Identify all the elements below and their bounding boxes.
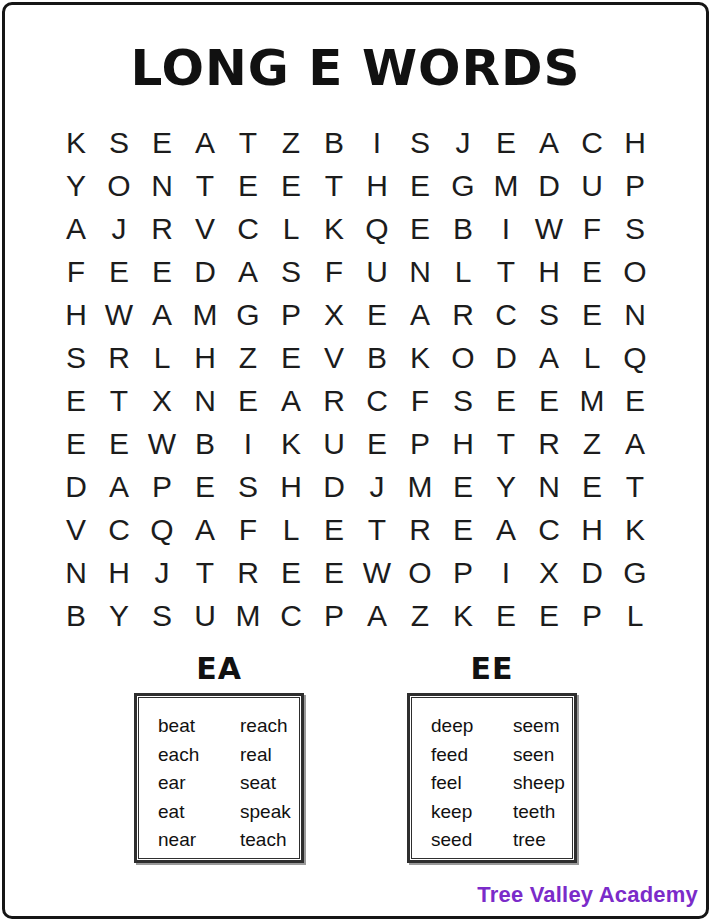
grid-cell[interactable]: P bbox=[313, 594, 356, 637]
grid-cell[interactable]: E bbox=[528, 379, 571, 422]
grid-cell[interactable]: Z bbox=[270, 121, 313, 164]
word-lists: EA beateacheareatnearreachrealseatspeakt… bbox=[5, 651, 706, 863]
grid-cell[interactable]: Q bbox=[614, 336, 657, 379]
grid-cell[interactable]: X bbox=[141, 379, 184, 422]
grid-cell[interactable]: E bbox=[399, 164, 442, 207]
word-item: reach bbox=[240, 712, 299, 741]
grid-cell[interactable]: A bbox=[55, 207, 98, 250]
word-list-ea-box: beateacheareatnearreachrealseatspeakteac… bbox=[134, 693, 304, 863]
grid-cell[interactable]: U bbox=[571, 164, 614, 207]
grid-cell[interactable]: V bbox=[55, 508, 98, 551]
grid-cell[interactable]: U bbox=[313, 422, 356, 465]
grid-cell[interactable]: K bbox=[614, 508, 657, 551]
grid-cell[interactable]: T bbox=[98, 379, 141, 422]
grid-cell[interactable]: E bbox=[98, 422, 141, 465]
grid-cell[interactable]: D bbox=[571, 551, 614, 594]
grid-cell[interactable]: M bbox=[399, 465, 442, 508]
grid-cell[interactable]: K bbox=[442, 594, 485, 637]
grid-cell[interactable]: R bbox=[313, 379, 356, 422]
grid-cell[interactable]: C bbox=[356, 379, 399, 422]
grid-cell[interactable]: D bbox=[55, 465, 98, 508]
grid-cell[interactable]: H bbox=[98, 551, 141, 594]
word-list-ea: EA beateacheareatnearreachrealseatspeakt… bbox=[134, 651, 304, 863]
grid-cell[interactable]: Z bbox=[399, 594, 442, 637]
grid-cell[interactable]: L bbox=[571, 336, 614, 379]
grid-cell[interactable]: H bbox=[270, 465, 313, 508]
grid-cell[interactable]: N bbox=[614, 293, 657, 336]
grid-cell[interactable]: F bbox=[313, 250, 356, 293]
grid-cell[interactable]: O bbox=[98, 164, 141, 207]
grid-cell[interactable]: F bbox=[399, 379, 442, 422]
grid-cell[interactable]: V bbox=[313, 336, 356, 379]
grid-cell[interactable]: T bbox=[184, 164, 227, 207]
grid-cell[interactable]: J bbox=[356, 465, 399, 508]
grid-cell[interactable]: E bbox=[571, 465, 614, 508]
grid-cell[interactable]: S bbox=[399, 121, 442, 164]
grid-cell[interactable]: U bbox=[356, 250, 399, 293]
grid-cell[interactable]: D bbox=[528, 164, 571, 207]
word-item: seed bbox=[431, 826, 513, 855]
grid-cell[interactable]: Z bbox=[571, 422, 614, 465]
grid-cell[interactable]: P bbox=[614, 164, 657, 207]
grid-cell[interactable]: S bbox=[227, 465, 270, 508]
grid-cell[interactable]: J bbox=[442, 121, 485, 164]
grid-cell[interactable]: B bbox=[442, 207, 485, 250]
grid-cell[interactable]: E bbox=[485, 379, 528, 422]
word-column: deepfeedfeelkeepseed bbox=[431, 712, 513, 858]
grid-cell[interactable]: D bbox=[184, 250, 227, 293]
grid-cell[interactable]: T bbox=[313, 164, 356, 207]
grid-cell[interactable]: A bbox=[227, 250, 270, 293]
grid-cell[interactable]: L bbox=[270, 508, 313, 551]
word-column: reachrealseatspeakteach bbox=[240, 712, 299, 858]
grid-cell[interactable]: T bbox=[485, 422, 528, 465]
grid-cell[interactable]: Z bbox=[227, 336, 270, 379]
grid-cell[interactable]: M bbox=[227, 594, 270, 637]
grid-cell[interactable]: E bbox=[270, 551, 313, 594]
grid-cell[interactable]: L bbox=[614, 594, 657, 637]
grid-cell[interactable]: A bbox=[614, 422, 657, 465]
grid-cell[interactable]: N bbox=[399, 250, 442, 293]
grid-cell[interactable]: P bbox=[270, 293, 313, 336]
grid-cell[interactable]: C bbox=[270, 594, 313, 637]
word-item: each bbox=[158, 741, 240, 770]
word-item: ear bbox=[158, 769, 240, 798]
grid-cell[interactable]: J bbox=[98, 207, 141, 250]
grid-cell[interactable]: E bbox=[98, 250, 141, 293]
grid-cell[interactable]: A bbox=[528, 336, 571, 379]
grid-cell[interactable]: I bbox=[356, 121, 399, 164]
word-item: real bbox=[240, 741, 299, 770]
grid-cell[interactable]: H bbox=[571, 508, 614, 551]
grid-cell[interactable]: Y bbox=[98, 594, 141, 637]
grid-cell[interactable]: G bbox=[614, 551, 657, 594]
grid-cell[interactable]: B bbox=[184, 422, 227, 465]
grid-cell[interactable]: R bbox=[98, 336, 141, 379]
grid-cell[interactable]: B bbox=[313, 121, 356, 164]
grid-cell[interactable]: P bbox=[399, 422, 442, 465]
grid-cell[interactable]: H bbox=[528, 250, 571, 293]
grid-cell[interactable]: E bbox=[485, 121, 528, 164]
grid-cell[interactable]: B bbox=[356, 336, 399, 379]
word-list-ea-heading: EA bbox=[134, 651, 304, 687]
grid-cell[interactable]: H bbox=[614, 121, 657, 164]
grid-cell[interactable]: E bbox=[227, 379, 270, 422]
word-item: feed bbox=[431, 741, 513, 770]
word-item: deep bbox=[431, 712, 513, 741]
grid-cell[interactable]: L bbox=[442, 250, 485, 293]
grid-cell[interactable]: Q bbox=[141, 508, 184, 551]
grid-cell[interactable]: C bbox=[571, 121, 614, 164]
grid-cell[interactable]: K bbox=[313, 207, 356, 250]
grid-cell[interactable]: J bbox=[141, 551, 184, 594]
grid-cell[interactable]: E bbox=[227, 164, 270, 207]
grid-cell[interactable]: A bbox=[98, 465, 141, 508]
grid-cell[interactable]: G bbox=[227, 293, 270, 336]
grid-cell[interactable]: E bbox=[55, 379, 98, 422]
grid-cell[interactable]: R bbox=[399, 508, 442, 551]
grid-cell[interactable]: N bbox=[528, 465, 571, 508]
grid-cell[interactable]: I bbox=[485, 207, 528, 250]
word-search-grid: KSEATZBISJEACHYONTEETHEGMDUPAJRVCLKQEBIW… bbox=[5, 121, 706, 637]
word-item: seem bbox=[513, 712, 572, 741]
grid-cell[interactable]: H bbox=[356, 164, 399, 207]
grid-cell[interactable]: Q bbox=[356, 207, 399, 250]
grid-cell[interactable]: H bbox=[55, 293, 98, 336]
grid-cell[interactable]: E bbox=[528, 594, 571, 637]
word-item: beat bbox=[158, 712, 240, 741]
page-title: LONG E WORDS bbox=[5, 39, 706, 97]
word-item: seen bbox=[513, 741, 572, 770]
grid-cell[interactable]: C bbox=[528, 508, 571, 551]
grid-cell[interactable]: L bbox=[270, 207, 313, 250]
grid-cell[interactable]: A bbox=[141, 293, 184, 336]
word-column: seemseensheepteethtree bbox=[513, 712, 572, 858]
grid-cell[interactable]: A bbox=[184, 508, 227, 551]
grid-cell[interactable]: K bbox=[55, 121, 98, 164]
grid-cell[interactable]: Y bbox=[55, 164, 98, 207]
grid-cell[interactable]: O bbox=[442, 336, 485, 379]
grid-cell[interactable]: N bbox=[184, 379, 227, 422]
grid-cell[interactable]: X bbox=[528, 551, 571, 594]
grid-cell[interactable]: A bbox=[528, 121, 571, 164]
word-list-ea-columns: beateacheareatnearreachrealseatspeakteac… bbox=[138, 697, 300, 859]
grid-cell[interactable]: T bbox=[356, 508, 399, 551]
credit-text: Tree Valley Academy bbox=[477, 882, 698, 908]
grid-cell[interactable]: M bbox=[184, 293, 227, 336]
grid-cell[interactable]: F bbox=[227, 508, 270, 551]
grid-cell[interactable]: R bbox=[227, 551, 270, 594]
grid-cell[interactable]: D bbox=[485, 336, 528, 379]
grid-cell[interactable]: C bbox=[98, 508, 141, 551]
word-column: beateacheareatnear bbox=[158, 712, 240, 858]
grid-cell[interactable]: W bbox=[356, 551, 399, 594]
grid-cell[interactable]: P bbox=[141, 465, 184, 508]
grid-cell[interactable]: E bbox=[141, 250, 184, 293]
word-item: speak bbox=[240, 798, 299, 827]
grid-cell[interactable]: E bbox=[356, 422, 399, 465]
grid-cell[interactable]: R bbox=[141, 207, 184, 250]
word-list-ee-box: deepfeedfeelkeepseedseemseensheepteethtr… bbox=[407, 693, 577, 863]
grid-cell[interactable]: M bbox=[571, 379, 614, 422]
grid-cell[interactable]: O bbox=[614, 250, 657, 293]
grid-cell[interactable]: Y bbox=[485, 465, 528, 508]
grid-cell[interactable]: S bbox=[270, 250, 313, 293]
word-item: near bbox=[158, 826, 240, 855]
word-item: keep bbox=[431, 798, 513, 827]
grid-cell[interactable]: L bbox=[141, 336, 184, 379]
grid-cell[interactable]: H bbox=[442, 422, 485, 465]
grid-cell[interactable]: E bbox=[614, 379, 657, 422]
grid-cell[interactable]: S bbox=[442, 379, 485, 422]
grid-cell[interactable]: A bbox=[399, 293, 442, 336]
grid-cell[interactable]: E bbox=[356, 293, 399, 336]
grid-cell[interactable]: I bbox=[227, 422, 270, 465]
grid-cell[interactable]: F bbox=[571, 207, 614, 250]
grid-cell[interactable]: E bbox=[399, 207, 442, 250]
grid-cell[interactable]: E bbox=[55, 422, 98, 465]
grid-cell[interactable]: E bbox=[571, 250, 614, 293]
word-item: feel bbox=[431, 769, 513, 798]
grid-cell[interactable]: I bbox=[485, 551, 528, 594]
grid-cell[interactable]: K bbox=[270, 422, 313, 465]
grid-cell[interactable]: W bbox=[528, 207, 571, 250]
grid-cell[interactable]: H bbox=[184, 336, 227, 379]
word-list-ee-heading: EE bbox=[407, 651, 577, 687]
grid-cell[interactable]: O bbox=[399, 551, 442, 594]
grid-cell[interactable]: E bbox=[313, 508, 356, 551]
grid-cell[interactable]: E bbox=[485, 594, 528, 637]
grid-cell[interactable]: N bbox=[141, 164, 184, 207]
worksheet-page: LONG E WORDS KSEATZBISJEACHYONTEETHEGMDU… bbox=[2, 2, 709, 919]
word-item: eat bbox=[158, 798, 240, 827]
grid-cell[interactable]: P bbox=[442, 551, 485, 594]
grid-cell[interactable]: P bbox=[571, 594, 614, 637]
grid-cell[interactable]: A bbox=[184, 121, 227, 164]
grid-cell[interactable]: X bbox=[313, 293, 356, 336]
grid-cell[interactable]: E bbox=[184, 465, 227, 508]
grid-cell[interactable]: T bbox=[485, 250, 528, 293]
grid-cell[interactable]: R bbox=[442, 293, 485, 336]
grid-cell[interactable]: S bbox=[614, 207, 657, 250]
grid-cell[interactable]: U bbox=[184, 594, 227, 637]
grid-cell[interactable]: A bbox=[356, 594, 399, 637]
grid-cell[interactable]: E bbox=[270, 164, 313, 207]
grid-cell[interactable]: A bbox=[485, 508, 528, 551]
grid-cell[interactable]: M bbox=[485, 164, 528, 207]
word-list-ee: EE deepfeedfeelkeepseedseemseensheepteet… bbox=[407, 651, 577, 863]
grid-cell[interactable]: S bbox=[98, 121, 141, 164]
grid-cell[interactable]: F bbox=[55, 250, 98, 293]
word-item: teach bbox=[240, 826, 299, 855]
grid-cell[interactable]: W bbox=[98, 293, 141, 336]
grid-cell[interactable]: E bbox=[313, 551, 356, 594]
grid-cell[interactable]: K bbox=[399, 336, 442, 379]
grid-cell[interactable]: V bbox=[184, 207, 227, 250]
grid-cell[interactable]: R bbox=[528, 422, 571, 465]
grid-cell[interactable]: E bbox=[270, 336, 313, 379]
grid-cell[interactable]: N bbox=[55, 551, 98, 594]
grid-cell[interactable]: W bbox=[141, 422, 184, 465]
grid-cell[interactable]: A bbox=[270, 379, 313, 422]
word-item: seat bbox=[240, 769, 299, 798]
grid-cell[interactable]: T bbox=[184, 551, 227, 594]
word-list-ee-columns: deepfeedfeelkeepseedseemseensheepteethtr… bbox=[411, 697, 573, 859]
grid-cell[interactable]: S bbox=[141, 594, 184, 637]
grid-cell[interactable]: G bbox=[442, 164, 485, 207]
grid-cell[interactable]: S bbox=[55, 336, 98, 379]
grid-cell[interactable]: E bbox=[442, 465, 485, 508]
grid-cell[interactable]: E bbox=[442, 508, 485, 551]
grid-cell[interactable]: C bbox=[227, 207, 270, 250]
grid-cell[interactable]: T bbox=[227, 121, 270, 164]
grid-cell[interactable]: T bbox=[614, 465, 657, 508]
grid-cell[interactable]: C bbox=[485, 293, 528, 336]
word-item: sheep bbox=[513, 769, 572, 798]
word-item: tree bbox=[513, 826, 572, 855]
grid-cell[interactable]: B bbox=[55, 594, 98, 637]
grid-cell[interactable]: E bbox=[141, 121, 184, 164]
word-item: teeth bbox=[513, 798, 572, 827]
grid-cell[interactable]: D bbox=[313, 465, 356, 508]
grid-cell[interactable]: E bbox=[571, 293, 614, 336]
grid-cell[interactable]: S bbox=[528, 293, 571, 336]
